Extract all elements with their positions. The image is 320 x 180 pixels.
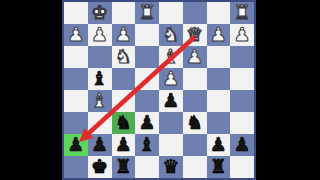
square-g8[interactable]: ♚ xyxy=(88,156,112,178)
square-f6[interactable]: ♞ xyxy=(112,112,136,134)
square-a1[interactable]: ♜ xyxy=(230,2,254,24)
square-h6[interactable] xyxy=(64,112,88,134)
square-h3[interactable] xyxy=(64,46,88,68)
white-bishop[interactable]: ♝ xyxy=(162,47,179,66)
white-pawn[interactable]: ♟ xyxy=(91,25,108,44)
square-c3[interactable]: ♟ xyxy=(183,46,207,68)
square-e2[interactable] xyxy=(135,24,159,46)
square-b8[interactable]: ♜ xyxy=(207,156,231,178)
white-queen[interactable]: ♛ xyxy=(186,25,203,44)
square-g3[interactable] xyxy=(88,46,112,68)
white-rook[interactable]: ♜ xyxy=(139,3,156,22)
square-d2[interactable]: ♞ xyxy=(159,24,183,46)
black-knight[interactable]: ♞ xyxy=(115,113,132,132)
square-f3[interactable]: ♞ xyxy=(112,46,136,68)
square-c2[interactable]: ♛ xyxy=(183,24,207,46)
square-d3[interactable]: ♝ xyxy=(159,46,183,68)
square-c6[interactable]: ♞ xyxy=(183,112,207,134)
square-d5[interactable]: ♟ xyxy=(159,90,183,112)
square-h4[interactable] xyxy=(64,68,88,90)
square-c4[interactable] xyxy=(183,68,207,90)
square-e3[interactable] xyxy=(135,46,159,68)
square-f5[interactable] xyxy=(112,90,136,112)
square-c5[interactable] xyxy=(183,90,207,112)
square-a4[interactable] xyxy=(230,68,254,90)
black-pawn[interactable]: ♟ xyxy=(234,135,251,154)
square-a2[interactable]: ♟ xyxy=(230,24,254,46)
square-g1[interactable]: ♚ xyxy=(88,2,112,24)
black-pawn[interactable]: ♟ xyxy=(67,135,84,154)
board-grid: ♚♜♜♟♟♟♞♛♟♟♞♝♟♝♟♝♟♞♟♞♟♟♟♝♟♟♚♜♛♜ xyxy=(64,2,254,178)
square-g4[interactable]: ♝ xyxy=(88,68,112,90)
square-e1[interactable]: ♜ xyxy=(135,2,159,24)
white-rook[interactable]: ♜ xyxy=(234,3,251,22)
square-g7[interactable]: ♟ xyxy=(88,134,112,156)
square-h1[interactable] xyxy=(64,2,88,24)
white-knight[interactable]: ♞ xyxy=(162,25,179,44)
square-d7[interactable] xyxy=(159,134,183,156)
square-g5[interactable]: ♝ xyxy=(88,90,112,112)
black-pawn[interactable]: ♟ xyxy=(162,91,179,110)
square-b6[interactable] xyxy=(207,112,231,134)
white-knight[interactable]: ♞ xyxy=(115,47,132,66)
square-f8[interactable]: ♜ xyxy=(112,156,136,178)
square-f2[interactable]: ♟ xyxy=(112,24,136,46)
white-pawn[interactable]: ♟ xyxy=(162,69,179,88)
square-a3[interactable] xyxy=(230,46,254,68)
square-d1[interactable] xyxy=(159,2,183,24)
square-b4[interactable] xyxy=(207,68,231,90)
black-bishop[interactable]: ♝ xyxy=(91,69,108,88)
black-rook[interactable]: ♜ xyxy=(210,157,227,176)
black-king[interactable]: ♚ xyxy=(91,157,108,176)
square-f7[interactable]: ♟ xyxy=(112,134,136,156)
black-rook[interactable]: ♜ xyxy=(115,157,132,176)
square-b2[interactable]: ♟ xyxy=(207,24,231,46)
square-h2[interactable]: ♟ xyxy=(64,24,88,46)
square-c7[interactable] xyxy=(183,134,207,156)
square-d8[interactable]: ♛ xyxy=(159,156,183,178)
square-f4[interactable] xyxy=(112,68,136,90)
black-queen[interactable]: ♛ xyxy=(162,157,179,176)
square-e7[interactable]: ♝ xyxy=(135,134,159,156)
white-bishop[interactable]: ♝ xyxy=(91,91,108,110)
square-h7[interactable]: ♟ xyxy=(64,134,88,156)
white-king[interactable]: ♚ xyxy=(91,3,108,22)
square-g2[interactable]: ♟ xyxy=(88,24,112,46)
square-h5[interactable] xyxy=(64,90,88,112)
screenshot-root: ♚♜♜♟♟♟♞♛♟♟♞♝♟♝♟♝♟♞♟♞♟♟♟♝♟♟♚♜♛♜ xyxy=(0,0,320,180)
square-b1[interactable] xyxy=(207,2,231,24)
square-e6[interactable]: ♟ xyxy=(135,112,159,134)
square-a5[interactable] xyxy=(230,90,254,112)
square-f1[interactable] xyxy=(112,2,136,24)
white-pawn[interactable]: ♟ xyxy=(210,25,227,44)
black-pawn[interactable]: ♟ xyxy=(139,113,156,132)
square-c1[interactable] xyxy=(183,2,207,24)
chess-board: ♚♜♜♟♟♟♞♛♟♟♞♝♟♝♟♝♟♞♟♞♟♟♟♝♟♟♚♜♛♜ xyxy=(62,0,256,180)
square-g6[interactable] xyxy=(88,112,112,134)
white-pawn[interactable]: ♟ xyxy=(115,25,132,44)
black-pawn[interactable]: ♟ xyxy=(115,135,132,154)
black-pawn[interactable]: ♟ xyxy=(91,135,108,154)
square-c8[interactable] xyxy=(183,156,207,178)
black-pawn[interactable]: ♟ xyxy=(210,135,227,154)
black-knight[interactable]: ♞ xyxy=(186,113,203,132)
square-h8[interactable] xyxy=(64,156,88,178)
square-e8[interactable] xyxy=(135,156,159,178)
white-pawn[interactable]: ♟ xyxy=(234,25,251,44)
square-b5[interactable] xyxy=(207,90,231,112)
square-a7[interactable]: ♟ xyxy=(230,134,254,156)
white-pawn[interactable]: ♟ xyxy=(67,25,84,44)
square-b7[interactable]: ♟ xyxy=(207,134,231,156)
black-bishop[interactable]: ♝ xyxy=(139,135,156,154)
square-e4[interactable] xyxy=(135,68,159,90)
white-pawn[interactable]: ♟ xyxy=(186,47,203,66)
square-d6[interactable] xyxy=(159,112,183,134)
square-d4[interactable]: ♟ xyxy=(159,68,183,90)
square-e5[interactable] xyxy=(135,90,159,112)
square-b3[interactable] xyxy=(207,46,231,68)
square-a8[interactable] xyxy=(230,156,254,178)
square-a6[interactable] xyxy=(230,112,254,134)
